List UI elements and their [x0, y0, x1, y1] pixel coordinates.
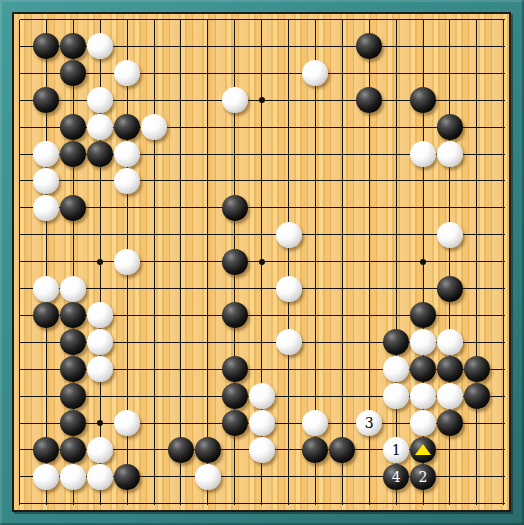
stone-black[interactable]: [60, 329, 86, 355]
stone-black[interactable]: [60, 60, 86, 86]
move-1-label: 1: [383, 437, 409, 463]
stone-black[interactable]: [437, 410, 463, 436]
stone-black[interactable]: [383, 329, 409, 355]
stone-white[interactable]: [60, 276, 86, 302]
grid-line: [396, 20, 397, 505]
stone-black[interactable]: [222, 302, 248, 328]
star-point: [97, 420, 103, 426]
stone-black[interactable]: [168, 437, 194, 463]
grid-line: [20, 180, 505, 181]
stone-white[interactable]: [222, 87, 248, 113]
grid-line: [20, 19, 505, 20]
stone-black[interactable]: [222, 383, 248, 409]
stone-white[interactable]: [114, 249, 140, 275]
stone-black[interactable]: [60, 141, 86, 167]
stone-white[interactable]: [87, 33, 113, 59]
grid-line: [288, 20, 289, 505]
move-3-label: 3: [356, 410, 382, 436]
stone-black[interactable]: [33, 437, 59, 463]
stone-white[interactable]: [276, 222, 302, 248]
stone-black[interactable]: [410, 356, 436, 382]
stone-black[interactable]: [222, 249, 248, 275]
stone-white[interactable]: [302, 60, 328, 86]
stone-black[interactable]: [60, 33, 86, 59]
stone-black[interactable]: [437, 276, 463, 302]
stone-black[interactable]: [60, 383, 86, 409]
stone-black[interactable]: [33, 33, 59, 59]
stone-black[interactable]: [329, 437, 355, 463]
star-point: [259, 97, 265, 103]
grid-line: [180, 20, 181, 505]
grid-line: [20, 234, 505, 235]
stone-white[interactable]: [276, 329, 302, 355]
stone-white[interactable]: [437, 222, 463, 248]
stone-white[interactable]: [410, 410, 436, 436]
stone-white[interactable]: [87, 464, 113, 490]
stone-white[interactable]: [249, 410, 275, 436]
stone-black[interactable]: [33, 87, 59, 113]
stone-black[interactable]: [87, 141, 113, 167]
stone-black[interactable]: [33, 302, 59, 328]
stone-white[interactable]: [60, 464, 86, 490]
grid-line: [476, 20, 477, 505]
stone-white[interactable]: [437, 383, 463, 409]
stone-white[interactable]: [33, 168, 59, 194]
stone-black[interactable]: [437, 356, 463, 382]
stone-white[interactable]: [87, 329, 113, 355]
star-point: [420, 259, 426, 265]
stone-black[interactable]: [195, 437, 221, 463]
stone-white[interactable]: [410, 383, 436, 409]
triangle-marker-icon: [415, 444, 431, 455]
stone-white[interactable]: [410, 329, 436, 355]
stone-black[interactable]: [356, 87, 382, 113]
stone-white[interactable]: [437, 329, 463, 355]
stone-white[interactable]: [249, 383, 275, 409]
stone-black[interactable]: [60, 437, 86, 463]
stone-white[interactable]: [114, 168, 140, 194]
stone-white[interactable]: [114, 60, 140, 86]
grid-line: [20, 503, 505, 504]
stone-white[interactable]: [87, 114, 113, 140]
stone-black[interactable]: [60, 114, 86, 140]
stone-white[interactable]: [33, 141, 59, 167]
stone-black[interactable]: [222, 356, 248, 382]
stone-black[interactable]: [410, 87, 436, 113]
move-4-label: 4: [383, 464, 409, 490]
stone-black[interactable]: [60, 195, 86, 221]
stone-white[interactable]: [383, 383, 409, 409]
stone-black[interactable]: [114, 114, 140, 140]
stone-white[interactable]: [87, 302, 113, 328]
stone-white[interactable]: [33, 464, 59, 490]
stone-black[interactable]: [356, 33, 382, 59]
stone-white[interactable]: [87, 356, 113, 382]
stone-black[interactable]: [222, 195, 248, 221]
grid-line: [20, 207, 505, 208]
stone-white[interactable]: [33, 195, 59, 221]
stone-white[interactable]: [276, 276, 302, 302]
grid-line: [154, 20, 155, 505]
stone-black[interactable]: [464, 356, 490, 382]
go-board[interactable]: 1234: [12, 12, 511, 512]
stone-black[interactable]: [60, 302, 86, 328]
stone-black[interactable]: [222, 410, 248, 436]
grid-line: [20, 73, 505, 74]
stone-white[interactable]: [87, 437, 113, 463]
stone-white[interactable]: [33, 276, 59, 302]
grid-line: [207, 20, 208, 505]
star-point: [259, 259, 265, 265]
stone-white[interactable]: [195, 464, 221, 490]
stone-black[interactable]: [302, 437, 328, 463]
stone-black[interactable]: [60, 410, 86, 436]
go-app-window: 1234: [0, 0, 524, 525]
stone-white[interactable]: [249, 437, 275, 463]
stone-black[interactable]: [410, 302, 436, 328]
stone-white[interactable]: [114, 141, 140, 167]
move-2-label: 2: [410, 464, 436, 490]
grid-line: [20, 288, 505, 289]
stone-white[interactable]: [437, 141, 463, 167]
stone-black[interactable]: [114, 464, 140, 490]
grid-line: [503, 20, 504, 505]
stone-white[interactable]: [141, 114, 167, 140]
stone-white[interactable]: [383, 356, 409, 382]
stone-black[interactable]: [437, 114, 463, 140]
grid-line: [342, 20, 343, 505]
stone-black[interactable]: [60, 356, 86, 382]
stone-white[interactable]: [302, 410, 328, 436]
stone-white[interactable]: [410, 141, 436, 167]
grid-line: [19, 20, 20, 505]
stone-white[interactable]: [87, 87, 113, 113]
stone-white[interactable]: [114, 410, 140, 436]
star-point: [97, 259, 103, 265]
stone-black[interactable]: [464, 383, 490, 409]
